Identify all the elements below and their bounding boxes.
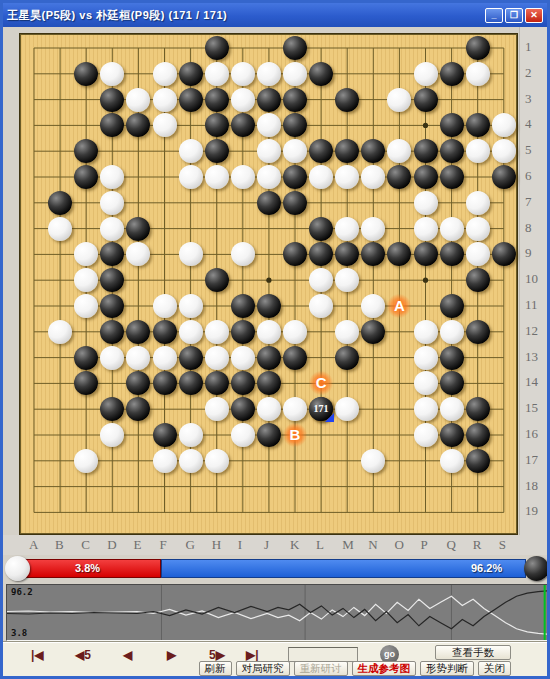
black-stone-N12[interactable] <box>361 320 385 344</box>
black-stone-J7[interactable] <box>257 191 281 215</box>
white-stone-G12[interactable] <box>179 320 203 344</box>
white-stone-D13[interactable] <box>100 346 124 370</box>
black-stone-P9[interactable] <box>414 242 438 266</box>
black-stone-H3[interactable] <box>205 88 229 112</box>
black-stone-G2[interactable] <box>179 62 203 86</box>
black-stone-Q4[interactable] <box>440 113 464 137</box>
black-stone-Q6[interactable] <box>440 165 464 189</box>
black-stone-D12[interactable] <box>100 320 124 344</box>
white-stone-H17[interactable] <box>205 449 229 473</box>
black-stone-S6[interactable] <box>492 165 516 189</box>
white-stone-D8[interactable] <box>100 217 124 241</box>
white-stone-P13[interactable] <box>414 346 438 370</box>
white-stone-P2[interactable] <box>414 62 438 86</box>
col-label-K: K <box>290 537 299 553</box>
col-label-O: O <box>394 537 403 553</box>
black-stone-K1[interactable] <box>283 36 307 60</box>
black-stone-H10[interactable] <box>205 268 229 292</box>
black-stone-G14[interactable] <box>179 371 203 395</box>
white-stone-P16[interactable] <box>414 423 438 447</box>
black-stone-R12[interactable] <box>466 320 490 344</box>
black-stone-C6[interactable] <box>74 165 98 189</box>
white-stone-N8[interactable] <box>361 217 385 241</box>
white-stone-M12[interactable] <box>335 320 359 344</box>
white-stone-N17[interactable] <box>361 449 385 473</box>
white-stone-G9[interactable] <box>179 242 203 266</box>
black-stone-B7[interactable] <box>48 191 72 215</box>
board-panel: ABC171 ABCDEFGHIJKLMNOPQRS12345678910111… <box>3 27 547 555</box>
black-stone-J13[interactable] <box>257 346 281 370</box>
white-stone-F4[interactable] <box>153 113 177 137</box>
graph-max-label: 96.2 <box>11 587 33 597</box>
white-stone-H2[interactable] <box>205 62 229 86</box>
white-stone-K12[interactable] <box>283 320 307 344</box>
black-stone-L8[interactable] <box>309 217 333 241</box>
winrate-graph[interactable]: 96.2 3.8 <box>6 584 550 641</box>
black-stone-G13[interactable] <box>179 346 203 370</box>
white-stone-H13[interactable] <box>205 346 229 370</box>
black-stone-Q14[interactable] <box>440 371 464 395</box>
white-stone-I6[interactable] <box>231 165 255 189</box>
row-label-19: 19 <box>525 503 538 519</box>
col-label-C: C <box>81 537 90 553</box>
row-label-7: 7 <box>525 194 532 210</box>
black-stone-R17[interactable] <box>466 449 490 473</box>
black-stone-M13[interactable] <box>335 346 359 370</box>
white-stone-E13[interactable] <box>126 346 150 370</box>
white-stone-G16[interactable] <box>179 423 203 447</box>
black-stone-H14[interactable] <box>205 371 229 395</box>
white-stone-B8[interactable] <box>48 217 72 241</box>
black-stone-Q5[interactable] <box>440 139 464 163</box>
white-stone-J5[interactable] <box>257 139 281 163</box>
white-stone-P14[interactable] <box>414 371 438 395</box>
col-label-L: L <box>316 537 324 553</box>
white-stone-L11[interactable] <box>309 294 333 318</box>
row-label-12: 12 <box>525 323 538 339</box>
black-stone-R15[interactable] <box>466 397 490 421</box>
generate-reference-button[interactable]: 生成参考图 <box>352 661 417 676</box>
white-stone-G17[interactable] <box>179 449 203 473</box>
row-coordinates-strip <box>519 27 547 555</box>
white-stone-I16[interactable] <box>231 423 255 447</box>
col-label-Q: Q <box>447 537 456 553</box>
white-stone-I2[interactable] <box>231 62 255 86</box>
white-stone-E3[interactable] <box>126 88 150 112</box>
col-label-N: N <box>368 537 377 553</box>
last-move-triangle-icon <box>325 413 334 422</box>
row-label-8: 8 <box>525 220 532 236</box>
white-stone-D2[interactable] <box>100 62 124 86</box>
white-stone-R9[interactable] <box>466 242 490 266</box>
black-stone-P3[interactable] <box>414 88 438 112</box>
row-label-18: 18 <box>525 478 538 494</box>
black-stone-H1[interactable] <box>205 36 229 60</box>
rediscuss-button[interactable]: 重新研讨 <box>294 661 348 676</box>
white-stone-icon <box>5 556 30 581</box>
white-stone-J2[interactable] <box>257 62 281 86</box>
white-stone-R2[interactable] <box>466 62 490 86</box>
white-stone-F2[interactable] <box>153 62 177 86</box>
black-stone-P6[interactable] <box>414 165 438 189</box>
white-stone-P7[interactable] <box>414 191 438 215</box>
white-stone-I3[interactable] <box>231 88 255 112</box>
row-label-4: 4 <box>525 116 532 132</box>
col-label-A: A <box>29 537 38 553</box>
black-stone-J3[interactable] <box>257 88 281 112</box>
title-bar: 王星昊(P5段) vs 朴廷桓(P9段) (171 / 171) _ ❐ ✕ <box>3 3 547 27</box>
white-stone-C17[interactable] <box>74 449 98 473</box>
black-stone-F14[interactable] <box>153 371 177 395</box>
row-label-5: 5 <box>525 142 532 158</box>
white-stone-P15[interactable] <box>414 397 438 421</box>
black-stone-Q2[interactable] <box>440 62 464 86</box>
black-winrate-label: 96.2% <box>471 562 502 574</box>
black-stone-Q9[interactable] <box>440 242 464 266</box>
white-stone-H15[interactable] <box>205 397 229 421</box>
black-stone-L2[interactable] <box>309 62 333 86</box>
col-label-M: M <box>342 537 354 553</box>
black-stone-K3[interactable] <box>283 88 307 112</box>
black-stone-R10[interactable] <box>466 268 490 292</box>
white-stone-P8[interactable] <box>414 217 438 241</box>
row-label-17: 17 <box>525 452 538 468</box>
black-stone-R4[interactable] <box>466 113 490 137</box>
black-stone-F12[interactable] <box>153 320 177 344</box>
row-label-6: 6 <box>525 168 532 184</box>
black-stone-C2[interactable] <box>74 62 98 86</box>
black-stone-K7[interactable] <box>283 191 307 215</box>
white-stone-O3[interactable] <box>387 88 411 112</box>
window-controls: _ ❐ ✕ <box>485 8 543 23</box>
white-stone-J15[interactable] <box>257 397 281 421</box>
white-stone-R8[interactable] <box>466 217 490 241</box>
white-stone-H6[interactable] <box>205 165 229 189</box>
black-stone-K13[interactable] <box>283 346 307 370</box>
black-stone-G3[interactable] <box>179 88 203 112</box>
row-label-2: 2 <box>525 65 532 81</box>
white-stone-F17[interactable] <box>153 449 177 473</box>
white-stone-Q12[interactable] <box>440 320 464 344</box>
view-move-numbers-button[interactable]: 查看手数 <box>435 645 511 660</box>
white-stone-I13[interactable] <box>231 346 255 370</box>
col-label-S: S <box>499 537 506 553</box>
black-stone-I15[interactable] <box>231 397 255 421</box>
winrate-bar: 3.8% 96.2% <box>3 555 547 583</box>
control-bar: |◀ ◀5 ◀ ▶ 5▶ ▶| go 查看手数 刷新 对局研究 重新研讨 生成参… <box>3 641 547 676</box>
col-label-H: H <box>212 537 221 553</box>
black-stone-E8[interactable] <box>126 217 150 241</box>
black-stone-icon <box>524 556 549 581</box>
row-label-14: 14 <box>525 374 538 390</box>
black-stone-H4[interactable] <box>205 113 229 137</box>
winrate-graph-plot <box>7 585 549 640</box>
nav-last-button[interactable]: ▶| <box>246 648 259 662</box>
row-label-9: 9 <box>525 245 532 261</box>
col-label-P: P <box>421 537 428 553</box>
white-stone-Q17[interactable] <box>440 449 464 473</box>
black-stone-I11[interactable] <box>231 294 255 318</box>
white-stone-K5[interactable] <box>283 139 307 163</box>
col-label-I: I <box>238 537 242 553</box>
graph-min-label: 3.8 <box>11 628 27 638</box>
white-stone-Q15[interactable] <box>440 397 464 421</box>
white-stone-K15[interactable] <box>283 397 307 421</box>
black-stone-H5[interactable] <box>205 139 229 163</box>
row-label-1: 1 <box>525 39 532 55</box>
go-board[interactable]: ABC171 <box>20 34 517 534</box>
app-window: 王星昊(P5段) vs 朴廷桓(P9段) (171 / 171) _ ❐ ✕ A… <box>0 0 550 679</box>
white-stone-L6[interactable] <box>309 165 333 189</box>
black-stone-J11[interactable] <box>257 294 281 318</box>
row-label-13: 13 <box>525 349 538 365</box>
black-stone-R16[interactable] <box>466 423 490 447</box>
col-label-B: B <box>55 537 64 553</box>
white-stone-R7[interactable] <box>466 191 490 215</box>
black-stone-F16[interactable] <box>153 423 177 447</box>
close-window-button[interactable]: ✕ <box>525 8 543 23</box>
nav-back5-button[interactable]: ◀5 <box>75 648 91 662</box>
white-stone-H12[interactable] <box>205 320 229 344</box>
col-label-G: G <box>186 537 195 553</box>
white-stone-P12[interactable] <box>414 320 438 344</box>
white-stone-M8[interactable] <box>335 217 359 241</box>
black-stone-K6[interactable] <box>283 165 307 189</box>
nav-forward5-button[interactable]: 5▶ <box>209 648 225 662</box>
nav-first-button[interactable]: |◀ <box>31 648 44 662</box>
col-label-R: R <box>473 537 482 553</box>
move-number-input[interactable] <box>288 647 358 662</box>
minimize-button[interactable]: _ <box>485 8 503 23</box>
col-label-D: D <box>107 537 116 553</box>
white-stone-G5[interactable] <box>179 139 203 163</box>
white-winrate-label: 3.8% <box>75 562 100 574</box>
black-stone-R1[interactable] <box>466 36 490 60</box>
white-stone-B12[interactable] <box>48 320 72 344</box>
white-stone-C11[interactable] <box>74 294 98 318</box>
nav-back-button[interactable]: ◀ <box>123 648 132 662</box>
bottom-button-row: 刷新 对局研究 重新研讨 生成参考图 形势判断 关闭 <box>199 661 512 676</box>
white-stone-F11[interactable] <box>153 294 177 318</box>
row-label-11: 11 <box>525 297 538 313</box>
white-stone-F3[interactable] <box>153 88 177 112</box>
black-stone-Q13[interactable] <box>440 346 464 370</box>
candidate-move-marker-A[interactable]: A <box>387 294 411 318</box>
maximize-button[interactable]: ❐ <box>505 8 523 23</box>
white-stone-R5[interactable] <box>466 139 490 163</box>
last-move-stone-L15[interactable]: 171 <box>309 397 333 421</box>
col-label-J: J <box>264 537 269 553</box>
white-stone-S5[interactable] <box>492 139 516 163</box>
black-stone-I12[interactable] <box>231 320 255 344</box>
refresh-button[interactable]: 刷新 <box>199 661 232 676</box>
row-label-16: 16 <box>525 426 538 442</box>
white-stone-G11[interactable] <box>179 294 203 318</box>
close-button[interactable]: 关闭 <box>478 661 511 676</box>
black-stone-P5[interactable] <box>414 139 438 163</box>
black-stone-M3[interactable] <box>335 88 359 112</box>
col-label-F: F <box>160 537 167 553</box>
row-label-3: 3 <box>525 91 532 107</box>
white-stone-D7[interactable] <box>100 191 124 215</box>
white-stone-K2[interactable] <box>283 62 307 86</box>
white-stone-F13[interactable] <box>153 346 177 370</box>
black-stone-C13[interactable] <box>74 346 98 370</box>
black-stone-D3[interactable] <box>100 88 124 112</box>
white-stone-M6[interactable] <box>335 165 359 189</box>
candidate-move-marker-B[interactable]: B <box>283 423 307 447</box>
position-judgment-button[interactable]: 形势判断 <box>420 661 474 676</box>
window-title: 王星昊(P5段) vs 朴廷桓(P9段) (171 / 171) <box>7 8 227 23</box>
row-label-15: 15 <box>525 400 538 416</box>
black-stone-Q16[interactable] <box>440 423 464 447</box>
candidate-move-marker-C[interactable]: C <box>309 371 333 395</box>
row-label-10: 10 <box>525 271 538 287</box>
nav-forward-button[interactable]: ▶ <box>167 648 176 662</box>
col-label-E: E <box>133 537 141 553</box>
white-stone-J12[interactable] <box>257 320 281 344</box>
white-stone-J6[interactable] <box>257 165 281 189</box>
black-stone-Q11[interactable] <box>440 294 464 318</box>
white-stone-Q8[interactable] <box>440 217 464 241</box>
black-stone-J16[interactable] <box>257 423 281 447</box>
white-stone-G6[interactable] <box>179 165 203 189</box>
game-research-button[interactable]: 对局研究 <box>236 661 290 676</box>
